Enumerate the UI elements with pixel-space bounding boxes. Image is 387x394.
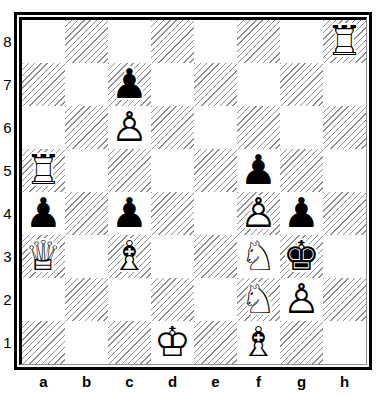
white-bishop-icon: ♗ [240, 322, 277, 363]
square-f8[interactable] [237, 20, 280, 63]
white-bishop-icon: ♗ [111, 236, 148, 277]
piece-white-pawn[interactable]: ♟♙ [237, 192, 280, 235]
square-g3[interactable]: ♚♚ [280, 235, 323, 278]
square-g6[interactable] [280, 106, 323, 149]
rank-label-3: 3 [0, 235, 15, 278]
square-b7[interactable] [65, 63, 108, 106]
white-pawn-icon: ♙ [111, 107, 148, 148]
file-labels: a b c d e f g h [22, 373, 366, 390]
file-label-a: a [22, 373, 65, 390]
piece-white-bishop[interactable]: ♝♗ [237, 321, 280, 364]
piece-white-pawn[interactable]: ♟♙ [280, 278, 323, 321]
piece-white-knight[interactable]: ♞♘ [237, 235, 280, 278]
file-label-g: g [280, 373, 323, 390]
piece-white-rook[interactable]: ♜♖ [22, 149, 65, 192]
rank-labels: 8 7 6 5 4 3 2 1 [0, 20, 15, 364]
square-d4[interactable] [151, 192, 194, 235]
square-f7[interactable] [237, 63, 280, 106]
white-rook-icon: ♖ [326, 21, 363, 62]
square-f1[interactable]: ♝♗ [237, 321, 280, 364]
piece-black-king[interactable]: ♚♚ [280, 235, 323, 278]
piece-white-queen[interactable]: ♛♕ [22, 235, 65, 278]
black-pawn-icon: ♟ [283, 193, 320, 234]
square-c1[interactable] [108, 321, 151, 364]
square-f4[interactable]: ♟♙ [237, 192, 280, 235]
black-king-icon: ♚ [283, 236, 320, 277]
square-h5[interactable] [323, 149, 366, 192]
rank-label-6: 6 [0, 106, 15, 149]
square-a7[interactable] [22, 63, 65, 106]
square-d2[interactable] [151, 278, 194, 321]
square-e2[interactable] [194, 278, 237, 321]
square-d7[interactable] [151, 63, 194, 106]
piece-black-pawn[interactable]: ♟♟ [108, 192, 151, 235]
piece-white-bishop[interactable]: ♝♗ [108, 235, 151, 278]
square-b8[interactable] [65, 20, 108, 63]
piece-black-pawn[interactable]: ♟♟ [280, 192, 323, 235]
square-c8[interactable] [108, 20, 151, 63]
rank-label-4: 4 [0, 192, 15, 235]
square-e3[interactable] [194, 235, 237, 278]
square-e1[interactable] [194, 321, 237, 364]
square-d8[interactable] [151, 20, 194, 63]
square-f2[interactable]: ♞♘ [237, 278, 280, 321]
white-pawn-icon: ♙ [240, 193, 277, 234]
square-c5[interactable] [108, 149, 151, 192]
chess-diagram: 8 7 6 5 4 3 2 1 ♜♖♟♟♟♙♜♖♟♟♟♟♟♟♟♙♟♟♛♕♝♗♞♘… [0, 0, 387, 394]
rank-label-1: 1 [0, 321, 15, 364]
square-c3[interactable]: ♝♗ [108, 235, 151, 278]
square-c6[interactable]: ♟♙ [108, 106, 151, 149]
square-d3[interactable] [151, 235, 194, 278]
square-b2[interactable] [65, 278, 108, 321]
square-g8[interactable] [280, 20, 323, 63]
white-pawn-icon: ♙ [283, 279, 320, 320]
square-f5[interactable]: ♟♟ [237, 149, 280, 192]
white-rook-icon: ♖ [25, 150, 62, 191]
square-b4[interactable] [65, 192, 108, 235]
black-pawn-icon: ♟ [25, 193, 62, 234]
square-e8[interactable] [194, 20, 237, 63]
piece-white-pawn[interactable]: ♟♙ [108, 106, 151, 149]
chess-board: ♜♖♟♟♟♙♜♖♟♟♟♟♟♟♟♙♟♟♛♕♝♗♞♘♚♚♞♘♟♙♚♔♝♗ [22, 20, 366, 364]
square-h7[interactable] [323, 63, 366, 106]
piece-black-pawn[interactable]: ♟♟ [237, 149, 280, 192]
square-g2[interactable]: ♟♙ [280, 278, 323, 321]
square-e7[interactable] [194, 63, 237, 106]
square-f6[interactable] [237, 106, 280, 149]
square-g5[interactable] [280, 149, 323, 192]
black-pawn-icon: ♟ [240, 150, 277, 191]
square-a2[interactable] [22, 278, 65, 321]
square-a6[interactable] [22, 106, 65, 149]
square-f3[interactable]: ♞♘ [237, 235, 280, 278]
square-b5[interactable] [65, 149, 108, 192]
file-label-d: d [151, 373, 194, 390]
square-d5[interactable] [151, 149, 194, 192]
square-a1[interactable] [22, 321, 65, 364]
piece-black-pawn[interactable]: ♟♟ [108, 63, 151, 106]
square-h6[interactable] [323, 106, 366, 149]
rank-label-2: 2 [0, 278, 15, 321]
white-knight-icon: ♘ [240, 236, 277, 277]
square-g7[interactable] [280, 63, 323, 106]
black-pawn-icon: ♟ [111, 193, 148, 234]
square-h1[interactable] [323, 321, 366, 364]
piece-white-knight[interactable]: ♞♘ [237, 278, 280, 321]
square-e4[interactable] [194, 192, 237, 235]
black-pawn-icon: ♟ [111, 64, 148, 105]
square-b6[interactable] [65, 106, 108, 149]
square-c2[interactable] [108, 278, 151, 321]
square-g4[interactable]: ♟♟ [280, 192, 323, 235]
square-b1[interactable] [65, 321, 108, 364]
square-d6[interactable] [151, 106, 194, 149]
square-a5[interactable]: ♜♖ [22, 149, 65, 192]
square-c4[interactable]: ♟♟ [108, 192, 151, 235]
rank-label-8: 8 [0, 20, 15, 63]
board-frame: ♜♖♟♟♟♙♜♖♟♟♟♟♟♟♟♙♟♟♛♕♝♗♞♘♚♚♞♘♟♙♚♔♝♗ [14, 12, 372, 370]
square-a8[interactable] [22, 20, 65, 63]
square-h4[interactable] [323, 192, 366, 235]
square-h2[interactable] [323, 278, 366, 321]
square-a4[interactable]: ♟♟ [22, 192, 65, 235]
file-label-b: b [65, 373, 108, 390]
square-c7[interactable]: ♟♟ [108, 63, 151, 106]
piece-black-pawn[interactable]: ♟♟ [22, 192, 65, 235]
file-label-e: e [194, 373, 237, 390]
board-inner-border: ♜♖♟♟♟♙♜♖♟♟♟♟♟♟♟♙♟♟♛♕♝♗♞♘♚♚♞♘♟♙♚♔♝♗ [19, 17, 367, 365]
piece-white-rook[interactable]: ♜♖ [323, 20, 366, 63]
square-h3[interactable] [323, 235, 366, 278]
file-label-h: h [323, 373, 366, 390]
square-g1[interactable] [280, 321, 323, 364]
white-king-icon: ♔ [154, 322, 191, 363]
white-knight-icon: ♘ [240, 279, 277, 320]
square-a3[interactable]: ♛♕ [22, 235, 65, 278]
square-d1[interactable]: ♚♔ [151, 321, 194, 364]
square-e6[interactable] [194, 106, 237, 149]
file-label-f: f [237, 373, 280, 390]
white-queen-icon: ♕ [25, 236, 62, 277]
square-e5[interactable] [194, 149, 237, 192]
square-b3[interactable] [65, 235, 108, 278]
rank-label-7: 7 [0, 63, 15, 106]
piece-white-king[interactable]: ♚♔ [151, 321, 194, 364]
file-label-c: c [108, 373, 151, 390]
square-h8[interactable]: ♜♖ [323, 20, 366, 63]
rank-label-5: 5 [0, 149, 15, 192]
